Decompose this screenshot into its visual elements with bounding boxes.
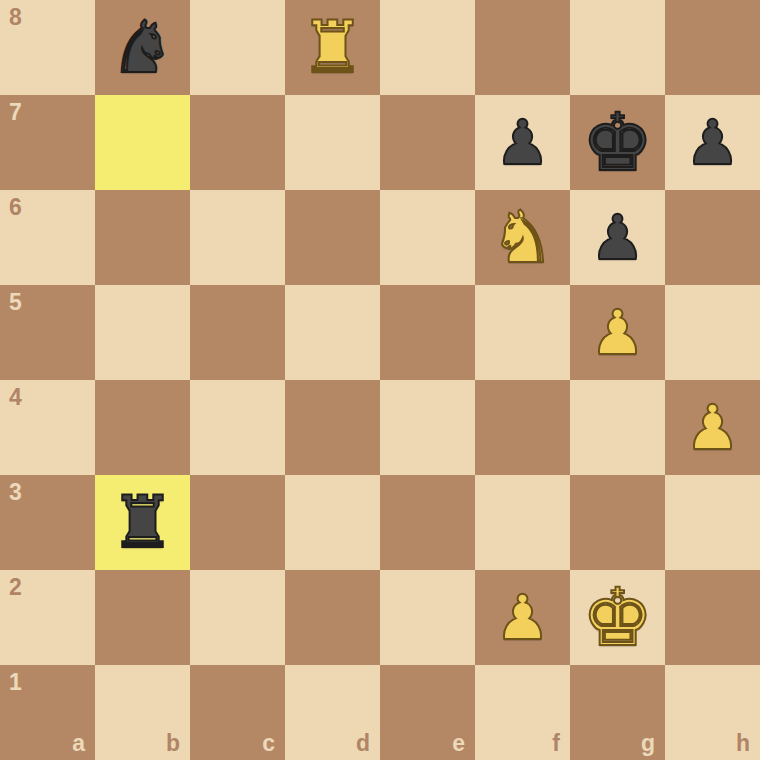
square-h8[interactable] — [665, 0, 760, 95]
square-c6[interactable] — [190, 190, 285, 285]
file-label-h: h — [736, 732, 750, 755]
square-g3[interactable] — [570, 475, 665, 570]
square-c2[interactable] — [190, 570, 285, 665]
file-label-f: f — [552, 732, 560, 755]
file-label-g: g — [641, 732, 655, 755]
square-g1[interactable]: g — [570, 665, 665, 760]
square-c3[interactable] — [190, 475, 285, 570]
piece-black-rook[interactable]: ♜ — [110, 475, 175, 570]
rank-label-6: 6 — [9, 196, 22, 219]
rank-label-7: 7 — [9, 101, 22, 124]
file-label-d: d — [356, 732, 370, 755]
square-c1[interactable]: c — [190, 665, 285, 760]
square-h3[interactable] — [665, 475, 760, 570]
piece-black-pawn[interactable]: ♟ — [685, 95, 741, 190]
square-e8[interactable] — [380, 0, 475, 95]
square-e7[interactable] — [380, 95, 475, 190]
file-label-b: b — [166, 732, 180, 755]
square-g5[interactable]: ♟ — [570, 285, 665, 380]
square-g8[interactable] — [570, 0, 665, 95]
square-a7[interactable]: 7 — [0, 95, 95, 190]
square-d8[interactable]: ♜ — [285, 0, 380, 95]
piece-white-pawn[interactable]: ♟ — [590, 285, 646, 380]
chess-board: 8♞♜7♟♚♟6♞♟5♟4♟3♜2♟♚1abcdefgh — [0, 0, 760, 760]
square-c7[interactable] — [190, 95, 285, 190]
square-f2[interactable]: ♟ — [475, 570, 570, 665]
square-b7[interactable] — [95, 95, 190, 190]
square-d3[interactable] — [285, 475, 380, 570]
file-label-e: e — [452, 732, 465, 755]
square-h5[interactable] — [665, 285, 760, 380]
square-f5[interactable] — [475, 285, 570, 380]
square-f4[interactable] — [475, 380, 570, 475]
square-d7[interactable] — [285, 95, 380, 190]
square-f7[interactable]: ♟ — [475, 95, 570, 190]
rank-label-2: 2 — [9, 576, 22, 599]
square-d2[interactable] — [285, 570, 380, 665]
square-g7[interactable]: ♚ — [570, 95, 665, 190]
piece-white-rook[interactable]: ♜ — [300, 0, 365, 95]
square-e4[interactable] — [380, 380, 475, 475]
file-label-a: a — [72, 732, 85, 755]
piece-white-king[interactable]: ♚ — [582, 570, 654, 665]
square-e2[interactable] — [380, 570, 475, 665]
square-b6[interactable] — [95, 190, 190, 285]
square-h1[interactable]: h — [665, 665, 760, 760]
square-a5[interactable]: 5 — [0, 285, 95, 380]
square-a8[interactable]: 8 — [0, 0, 95, 95]
rank-label-8: 8 — [9, 6, 22, 29]
square-a2[interactable]: 2 — [0, 570, 95, 665]
square-c4[interactable] — [190, 380, 285, 475]
square-d1[interactable]: d — [285, 665, 380, 760]
square-f8[interactable] — [475, 0, 570, 95]
square-a6[interactable]: 6 — [0, 190, 95, 285]
square-a4[interactable]: 4 — [0, 380, 95, 475]
square-f3[interactable] — [475, 475, 570, 570]
square-d6[interactable] — [285, 190, 380, 285]
piece-black-pawn[interactable]: ♟ — [590, 190, 646, 285]
piece-black-king[interactable]: ♚ — [582, 95, 654, 190]
piece-white-pawn[interactable]: ♟ — [495, 570, 551, 665]
square-b2[interactable] — [95, 570, 190, 665]
square-h2[interactable] — [665, 570, 760, 665]
square-g2[interactable]: ♚ — [570, 570, 665, 665]
square-g6[interactable]: ♟ — [570, 190, 665, 285]
square-h6[interactable] — [665, 190, 760, 285]
square-c5[interactable] — [190, 285, 285, 380]
piece-black-knight[interactable]: ♞ — [110, 0, 175, 95]
rank-label-5: 5 — [9, 291, 22, 314]
square-f6[interactable]: ♞ — [475, 190, 570, 285]
square-d4[interactable] — [285, 380, 380, 475]
piece-white-pawn[interactable]: ♟ — [685, 380, 741, 475]
square-b4[interactable] — [95, 380, 190, 475]
square-a3[interactable]: 3 — [0, 475, 95, 570]
square-h7[interactable]: ♟ — [665, 95, 760, 190]
square-c8[interactable] — [190, 0, 285, 95]
square-b8[interactable]: ♞ — [95, 0, 190, 95]
square-b5[interactable] — [95, 285, 190, 380]
file-label-c: c — [262, 732, 275, 755]
square-e5[interactable] — [380, 285, 475, 380]
square-h4[interactable]: ♟ — [665, 380, 760, 475]
rank-label-4: 4 — [9, 386, 22, 409]
square-e3[interactable] — [380, 475, 475, 570]
rank-label-1: 1 — [9, 671, 22, 694]
square-a1[interactable]: 1a — [0, 665, 95, 760]
square-e6[interactable] — [380, 190, 475, 285]
piece-white-knight[interactable]: ♞ — [490, 190, 555, 285]
square-e1[interactable]: e — [380, 665, 475, 760]
square-f1[interactable]: f — [475, 665, 570, 760]
piece-black-pawn[interactable]: ♟ — [495, 95, 551, 190]
square-b1[interactable]: b — [95, 665, 190, 760]
rank-label-3: 3 — [9, 481, 22, 504]
square-d5[interactable] — [285, 285, 380, 380]
square-g4[interactable] — [570, 380, 665, 475]
square-b3[interactable]: ♜ — [95, 475, 190, 570]
